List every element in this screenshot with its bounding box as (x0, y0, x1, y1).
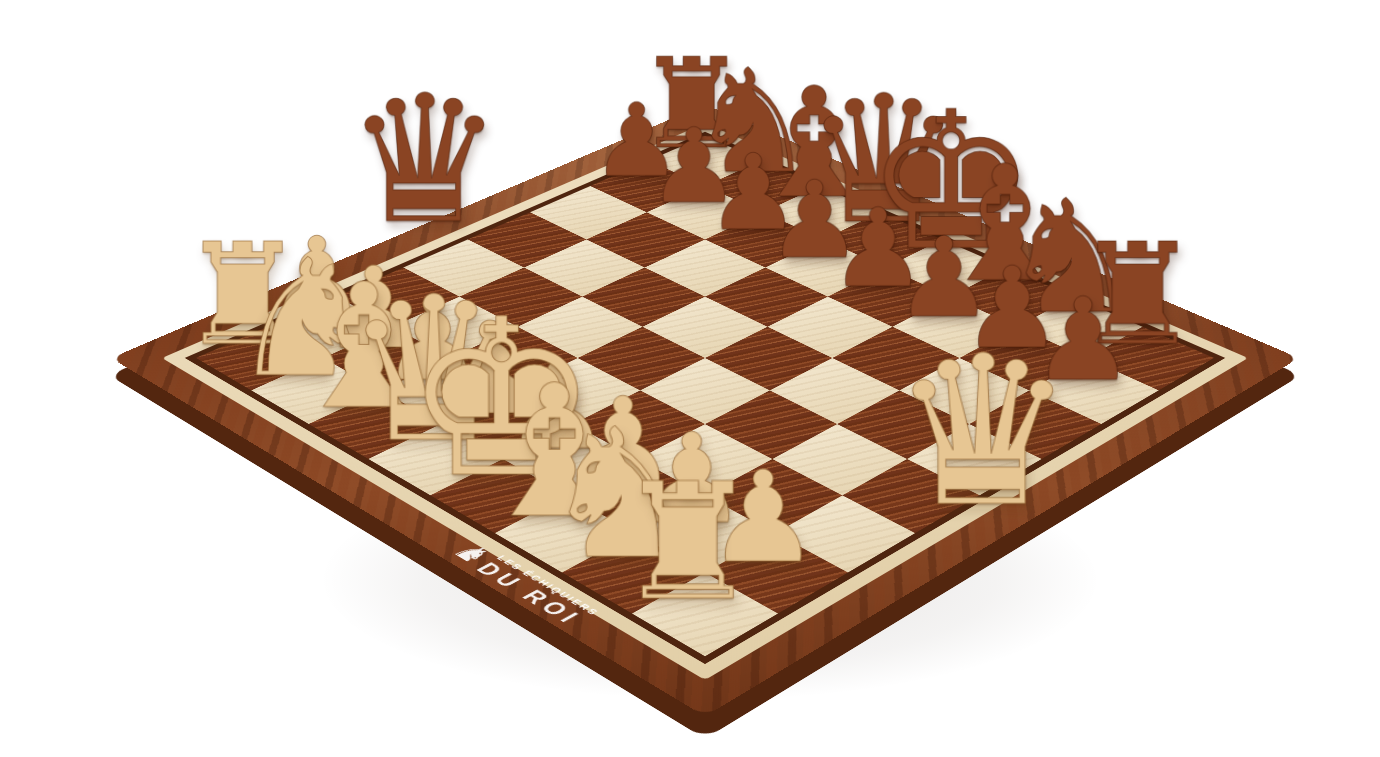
piece-white-rook-h1: ♜ (613, 462, 763, 623)
photo-backdrop: ♞ LES ÉCHIQUIERS DU ROI ♜♞♝♛♚♝♞♜♟♟♟♟♟♟♟♟… (0, 0, 1380, 757)
piece-white-queen-extra-right-border: ♛ (890, 328, 1033, 535)
